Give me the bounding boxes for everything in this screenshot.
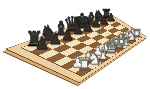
chess-set-illustration: ♜♞♝♛♚♝♞♜♟♟♟♟♟♟♟♟♟♟♟♟♟♟♟♟♜♞♝♛♚♝♞♜ (0, 0, 150, 89)
board-grid (21, 16, 142, 77)
chessboard (5, 13, 147, 83)
